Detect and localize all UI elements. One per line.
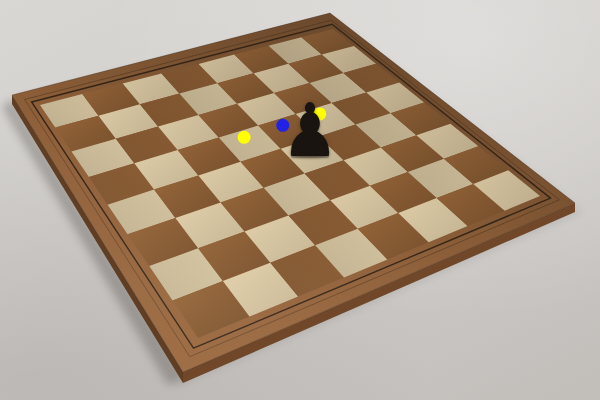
annotation-dot-e4	[238, 131, 251, 144]
photo-scene: ♟	[0, 0, 600, 400]
chessboard	[0, 0, 600, 400]
black-pawn[interactable]: ♟	[276, 93, 345, 167]
